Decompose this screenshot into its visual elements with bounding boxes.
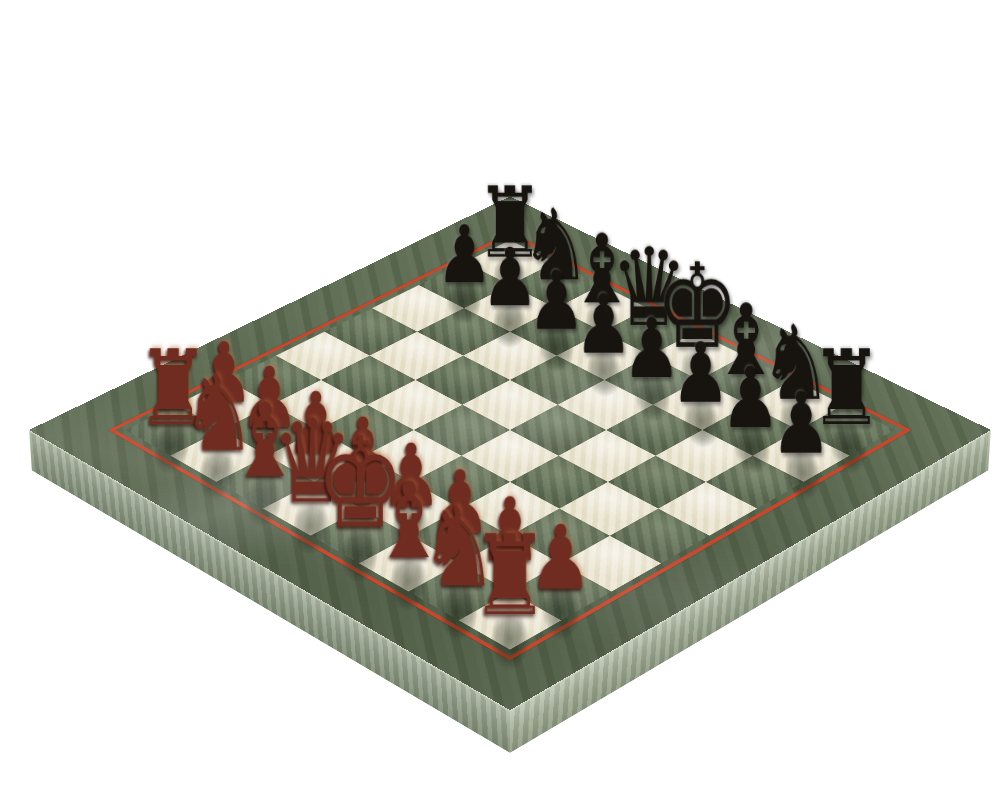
chess-board: ♜♞♝♛♚♝♞♜♟♟♟♟♟♟♟♟♟♟♟♟♟♟♟♟♜♞♝♛♚♝♞♜ bbox=[29, 196, 991, 710]
black-pawn-glyph: ♟ bbox=[771, 381, 832, 466]
scene: ♜♞♝♛♚♝♞♜♟♟♟♟♟♟♟♟♟♟♟♟♟♟♟♟♜♞♝♛♚♝♞♜ bbox=[0, 0, 1000, 800]
photo-backdrop: ♜♞♝♛♚♝♞♜♟♟♟♟♟♟♟♟♟♟♟♟♟♟♟♟♜♞♝♛♚♝♞♜ bbox=[0, 0, 1000, 800]
red-rook-glyph: ♜ bbox=[470, 520, 550, 631]
piece-shadow bbox=[488, 293, 533, 356]
